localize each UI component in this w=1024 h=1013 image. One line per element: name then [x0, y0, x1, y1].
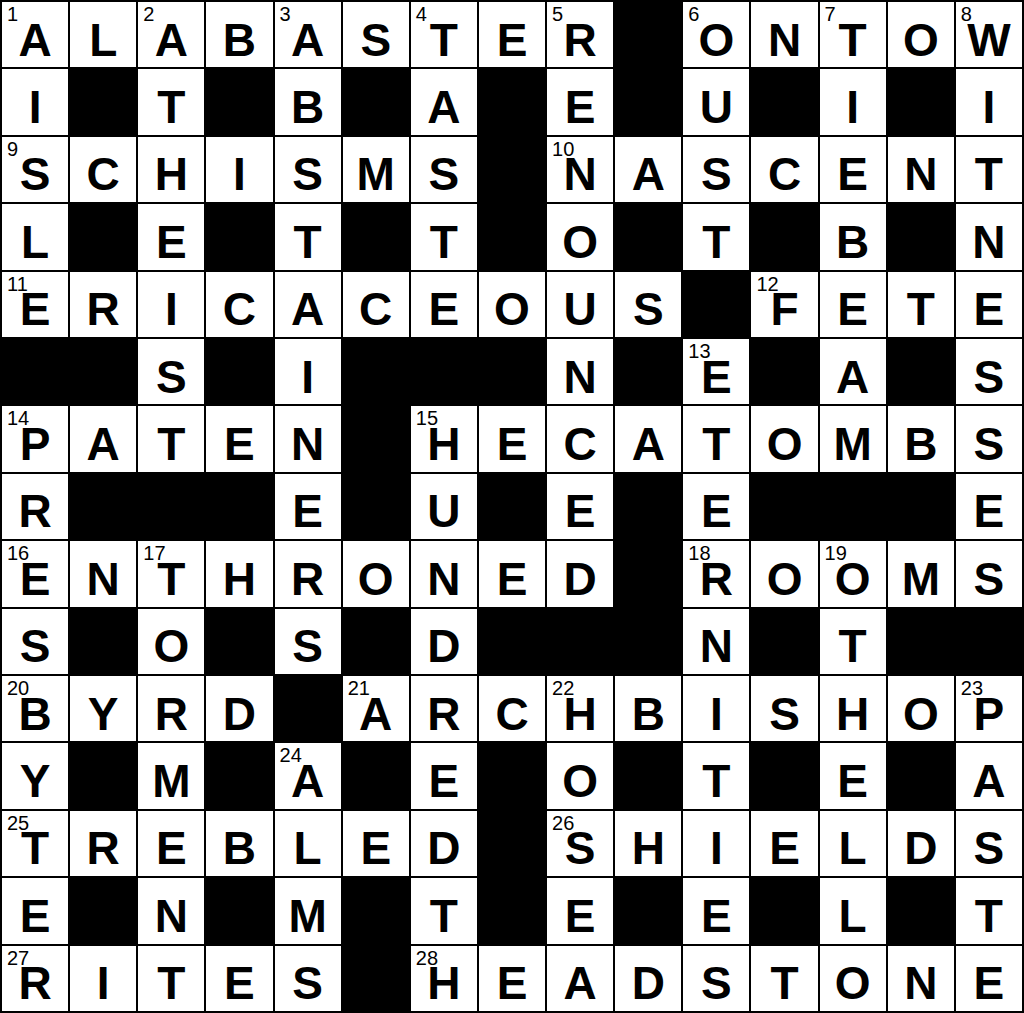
cell-letter-r2c1: I	[29, 74, 42, 130]
cell-r1c2[interactable]: L	[70, 2, 136, 67]
cell-r5c4[interactable]: C	[206, 272, 272, 337]
cell-r11c12[interactable]: S	[751, 676, 817, 741]
clue-number-14: 14	[7, 408, 29, 428]
cell-r6c3[interactable]: S	[138, 339, 204, 404]
cell-letter-r11c3: R	[155, 681, 188, 737]
cell-letter-r15c11: S	[701, 950, 732, 1006]
block-cell-r13c8	[479, 811, 545, 876]
block-cell-r12c6	[343, 743, 409, 808]
block-cell-r12c8	[479, 743, 545, 808]
cell-letter-r3c5: S	[292, 141, 323, 197]
cell-r7c1[interactable]: 14P	[2, 406, 68, 471]
cell-r11c3[interactable]: R	[138, 676, 204, 741]
cell-letter-r5c3: I	[165, 276, 178, 332]
cell-r11c9[interactable]: 22H	[547, 676, 613, 741]
cell-letter-r9c9: D	[564, 546, 597, 602]
cell-letter-r9c8: E	[497, 546, 528, 602]
cell-r7c2[interactable]: A	[70, 406, 136, 471]
cell-r10c13[interactable]: T	[820, 609, 886, 674]
cell-letter-r1c14: O	[903, 7, 939, 63]
cell-letter-r4c15: N	[972, 209, 1005, 265]
cell-r6c15[interactable]: S	[956, 339, 1022, 404]
cell-r3c14[interactable]: N	[888, 137, 954, 202]
block-cell-r4c10	[615, 204, 681, 269]
cell-r9c5[interactable]: R	[275, 541, 341, 606]
block-cell-r2c10	[615, 69, 681, 134]
cell-r9c4[interactable]: H	[206, 541, 272, 606]
cell-r9c15[interactable]: S	[956, 541, 1022, 606]
cell-letter-r4c9: O	[562, 209, 598, 265]
clue-number-24: 24	[280, 745, 302, 765]
block-cell-r8c3	[138, 474, 204, 539]
block-cell-r8c4	[206, 474, 272, 539]
cell-r11c14[interactable]: O	[888, 676, 954, 741]
cell-r5c5[interactable]: A	[275, 272, 341, 337]
cell-letter-r5c6: C	[359, 276, 392, 332]
cell-r4c15[interactable]: N	[956, 204, 1022, 269]
cell-letter-r12c13: E	[837, 748, 868, 804]
cell-letter-r1c4: B	[223, 7, 256, 63]
cell-letter-r3c11: S	[701, 141, 732, 197]
cell-letter-r5c13: E	[837, 276, 868, 332]
cell-r5c7[interactable]: E	[411, 272, 477, 337]
cell-r8c11[interactable]: E	[683, 474, 749, 539]
cell-r13c9[interactable]: 26S	[547, 811, 613, 876]
cell-r2c3[interactable]: T	[138, 69, 204, 134]
cell-r2c13[interactable]: I	[820, 69, 886, 134]
cell-r5c3[interactable]: I	[138, 272, 204, 337]
clue-number-7: 7	[825, 4, 836, 24]
cell-r12c11[interactable]: T	[683, 743, 749, 808]
cell-letter-r11c7: R	[427, 681, 460, 737]
block-cell-r2c4	[206, 69, 272, 134]
cell-letter-r1c3: A	[155, 7, 188, 63]
clue-number-19: 19	[825, 543, 847, 563]
cell-r15c5[interactable]: S	[275, 946, 341, 1011]
cell-r1c6[interactable]: S	[343, 2, 409, 67]
block-cell-r4c6	[343, 204, 409, 269]
cell-letter-r11c4: D	[223, 681, 256, 737]
cell-r10c5[interactable]: S	[275, 609, 341, 674]
cell-letter-r3c13: E	[837, 141, 868, 197]
cell-r3c10[interactable]: A	[615, 137, 681, 202]
cell-letter-r5c2: R	[87, 276, 120, 332]
cell-r12c15[interactable]: A	[956, 743, 1022, 808]
cell-r12c7[interactable]: E	[411, 743, 477, 808]
clue-number-25: 25	[7, 813, 29, 833]
cell-letter-r6c5: I	[301, 344, 314, 400]
cell-letter-r4c7: T	[430, 209, 458, 265]
cell-r15c12[interactable]: T	[751, 946, 817, 1011]
cell-r3c15[interactable]: T	[956, 137, 1022, 202]
cell-r12c1[interactable]: Y	[2, 743, 68, 808]
cell-letter-r15c2: I	[97, 950, 110, 1006]
block-cell-r12c4	[206, 743, 272, 808]
cell-r9c3[interactable]: 17T	[138, 541, 204, 606]
cell-r9c2[interactable]: N	[70, 541, 136, 606]
cell-letter-r6c3: S	[156, 344, 187, 400]
cell-r3c7[interactable]: S	[411, 137, 477, 202]
cell-r1c8[interactable]: E	[479, 2, 545, 67]
block-cell-r10c14	[888, 609, 954, 674]
cell-r3c9[interactable]: 10N	[547, 137, 613, 202]
cell-letter-r2c7: A	[427, 74, 460, 130]
clue-number-27: 27	[7, 948, 29, 968]
cell-r8c15[interactable]: E	[956, 474, 1022, 539]
block-cell-r6c1	[2, 339, 68, 404]
block-cell-r12c12	[751, 743, 817, 808]
cell-r7c11[interactable]: T	[683, 406, 749, 471]
cell-r11c2[interactable]: Y	[70, 676, 136, 741]
block-cell-r2c6	[343, 69, 409, 134]
cell-r15c4[interactable]: E	[206, 946, 272, 1011]
cell-r14c5[interactable]: M	[275, 878, 341, 943]
cell-r12c9[interactable]: O	[547, 743, 613, 808]
cell-r11c10[interactable]: B	[615, 676, 681, 741]
cell-r9c14[interactable]: M	[888, 541, 954, 606]
cell-r3c11[interactable]: S	[683, 137, 749, 202]
cell-letter-r2c15: I	[983, 74, 996, 130]
cell-r15c9[interactable]: A	[547, 946, 613, 1011]
cell-r3c5[interactable]: S	[275, 137, 341, 202]
cell-r14c11[interactable]: E	[683, 878, 749, 943]
cell-r11c7[interactable]: R	[411, 676, 477, 741]
cell-r1c3[interactable]: 2A	[138, 2, 204, 67]
block-cell-r8c14	[888, 474, 954, 539]
cell-letter-r12c3: M	[152, 748, 190, 804]
cell-r11c8[interactable]: C	[479, 676, 545, 741]
block-cell-r6c2	[70, 339, 136, 404]
cell-letter-r15c3: T	[157, 950, 185, 1006]
cell-r15c13[interactable]: O	[820, 946, 886, 1011]
cell-letter-r11c8: C	[495, 681, 528, 737]
cell-r2c5[interactable]: B	[275, 69, 341, 134]
crossword-board: 1AL2AB3AS4TE5R6ON7TO8WITBAEUII9SCHISMS10…	[0, 0, 1024, 1013]
block-cell-r4c8	[479, 204, 545, 269]
cell-r8c5[interactable]: E	[275, 474, 341, 539]
cell-r8c1[interactable]: R	[2, 474, 68, 539]
cell-letter-r1c11: O	[699, 7, 735, 63]
cell-r2c1[interactable]: I	[2, 69, 68, 134]
cell-r13c3[interactable]: E	[138, 811, 204, 876]
cell-r7c3[interactable]: T	[138, 406, 204, 471]
cell-letter-r12c11: T	[702, 748, 730, 804]
cell-r7c15[interactable]: S	[956, 406, 1022, 471]
cell-r9c9[interactable]: D	[547, 541, 613, 606]
cell-r1c7[interactable]: 4T	[411, 2, 477, 67]
block-cell-r8c12	[751, 474, 817, 539]
block-cell-r4c4	[206, 204, 272, 269]
block-cell-r1c10	[615, 2, 681, 67]
block-cell-r9c10	[615, 541, 681, 606]
cell-r5c13[interactable]: E	[820, 272, 886, 337]
cell-letter-r13c4: B	[223, 815, 256, 871]
cell-letter-r5c9: U	[564, 276, 597, 332]
cell-r5c1[interactable]: 11E	[2, 272, 68, 337]
cell-letter-r11c11: I	[710, 681, 723, 737]
cell-r3c13[interactable]: E	[820, 137, 886, 202]
cell-r14c3[interactable]: N	[138, 878, 204, 943]
cell-r9c12[interactable]: O	[751, 541, 817, 606]
cell-r13c10[interactable]: H	[615, 811, 681, 876]
cell-letter-r1c7: T	[430, 7, 458, 63]
cell-letter-r5c10: S	[633, 276, 664, 332]
block-cell-r5c11	[683, 272, 749, 337]
cell-letter-r1c15: W	[967, 7, 1010, 63]
cell-letter-r14c13: L	[839, 883, 867, 939]
cell-letter-r1c8: E	[497, 7, 528, 63]
block-cell-r8c6	[343, 474, 409, 539]
cell-r14c15[interactable]: T	[956, 878, 1022, 943]
cell-r7c7[interactable]: 15H	[411, 406, 477, 471]
cell-letter-r7c10: A	[632, 411, 665, 467]
cell-r10c1[interactable]: S	[2, 609, 68, 674]
cell-r11c15[interactable]: 23P	[956, 676, 1022, 741]
cell-letter-r13c14: D	[904, 815, 937, 871]
cell-letter-r15c4: E	[224, 950, 255, 1006]
cell-r3c12[interactable]: C	[751, 137, 817, 202]
cell-r13c12[interactable]: E	[751, 811, 817, 876]
cell-r5c15[interactable]: E	[956, 272, 1022, 337]
cell-r4c9[interactable]: O	[547, 204, 613, 269]
cell-r9c7[interactable]: N	[411, 541, 477, 606]
cell-r7c5[interactable]: N	[275, 406, 341, 471]
block-cell-r6c14	[888, 339, 954, 404]
cell-letter-r13c2: R	[87, 815, 120, 871]
cell-r9c1[interactable]: 16E	[2, 541, 68, 606]
cell-r15c11[interactable]: S	[683, 946, 749, 1011]
cell-r7c4[interactable]: E	[206, 406, 272, 471]
cell-letter-r11c2: Y	[88, 681, 119, 737]
clue-number-22: 22	[552, 678, 574, 698]
cell-r13c6[interactable]: E	[343, 811, 409, 876]
cell-r7c14[interactable]: B	[888, 406, 954, 471]
cell-r5c14[interactable]: T	[888, 272, 954, 337]
cell-letter-r2c13: I	[846, 74, 859, 130]
cell-r3c3[interactable]: H	[138, 137, 204, 202]
block-cell-r15c6	[343, 946, 409, 1011]
cell-r1c1[interactable]: 1A	[2, 2, 68, 67]
cell-r6c13[interactable]: A	[820, 339, 886, 404]
cell-r7c13[interactable]: M	[820, 406, 886, 471]
cell-r13c5[interactable]: L	[275, 811, 341, 876]
cell-r11c6[interactable]: 21A	[343, 676, 409, 741]
cell-r9c6[interactable]: O	[343, 541, 409, 606]
cell-letter-r6c15: S	[974, 344, 1005, 400]
cell-letter-r3c7: S	[429, 141, 460, 197]
cell-r13c11[interactable]: I	[683, 811, 749, 876]
cell-letter-r12c9: O	[562, 748, 598, 804]
cell-r9c13[interactable]: 19O	[820, 541, 886, 606]
clue-number-18: 18	[688, 543, 710, 563]
cell-r4c7[interactable]: T	[411, 204, 477, 269]
cell-letter-r13c10: H	[632, 815, 665, 871]
cell-letter-r7c11: T	[702, 411, 730, 467]
cell-r9c11[interactable]: 18R	[683, 541, 749, 606]
cell-letter-r3c14: N	[904, 141, 937, 197]
cell-r2c11[interactable]: U	[683, 69, 749, 134]
cell-r5c10[interactable]: S	[615, 272, 681, 337]
cell-r4c13[interactable]: B	[820, 204, 886, 269]
cell-letter-r13c5: L	[294, 815, 322, 871]
cell-r8c7[interactable]: U	[411, 474, 477, 539]
cell-r12c3[interactable]: M	[138, 743, 204, 808]
cell-r15c3[interactable]: T	[138, 946, 204, 1011]
block-cell-r6c12	[751, 339, 817, 404]
cell-r5c9[interactable]: U	[547, 272, 613, 337]
cell-r7c10[interactable]: A	[615, 406, 681, 471]
cell-r2c7[interactable]: A	[411, 69, 477, 134]
clue-number-3: 3	[280, 4, 291, 24]
cell-r7c9[interactable]: C	[547, 406, 613, 471]
cell-r4c3[interactable]: E	[138, 204, 204, 269]
cell-letter-r7c4: E	[224, 411, 255, 467]
cell-letter-r4c11: T	[702, 209, 730, 265]
cell-r11c11[interactable]: I	[683, 676, 749, 741]
cell-r6c11[interactable]: 13E	[683, 339, 749, 404]
cell-letter-r9c14: M	[902, 546, 940, 602]
cell-letter-r3c2: C	[87, 141, 120, 197]
cell-r2c9[interactable]: E	[547, 69, 613, 134]
cell-r12c13[interactable]: E	[820, 743, 886, 808]
cell-r5c2[interactable]: R	[70, 272, 136, 337]
block-cell-r10c10	[615, 609, 681, 674]
cell-r4c11[interactable]: T	[683, 204, 749, 269]
clue-number-5: 5	[552, 4, 563, 24]
cell-r4c1[interactable]: L	[2, 204, 68, 269]
cell-letter-r7c12: O	[767, 411, 803, 467]
cell-r11c4[interactable]: D	[206, 676, 272, 741]
block-cell-r12c10	[615, 743, 681, 808]
cell-r5c8[interactable]: O	[479, 272, 545, 337]
cell-letter-r5c5: A	[291, 276, 324, 332]
cell-r13c15[interactable]: S	[956, 811, 1022, 876]
cell-r15c14[interactable]: N	[888, 946, 954, 1011]
cell-r13c1[interactable]: 25T	[2, 811, 68, 876]
cell-r7c12[interactable]: O	[751, 406, 817, 471]
block-cell-r10c8	[479, 609, 545, 674]
block-cell-r6c6	[343, 339, 409, 404]
clue-number-28: 28	[416, 948, 438, 968]
cell-r15c7[interactable]: 28H	[411, 946, 477, 1011]
cell-letter-r6c9: N	[564, 344, 597, 400]
cell-r1c11[interactable]: 6O	[683, 2, 749, 67]
cell-r1c12[interactable]: N	[751, 2, 817, 67]
cell-r15c8[interactable]: E	[479, 946, 545, 1011]
cell-r13c2[interactable]: R	[70, 811, 136, 876]
cell-letter-r7c2: A	[87, 411, 120, 467]
cell-letter-r12c1: Y	[20, 748, 51, 804]
cell-r14c13[interactable]: L	[820, 878, 886, 943]
cell-letter-r9c6: O	[358, 546, 394, 602]
cell-letter-r13c11: I	[710, 815, 723, 871]
cell-letter-r13c15: S	[974, 815, 1005, 871]
cell-letter-r2c3: T	[157, 74, 185, 130]
cell-r8c9[interactable]: E	[547, 474, 613, 539]
cell-letter-r15c5: S	[292, 950, 323, 1006]
cell-r1c5[interactable]: 3A	[275, 2, 341, 67]
cell-letter-r11c12: S	[769, 681, 800, 737]
block-cell-r4c2	[70, 204, 136, 269]
cell-r10c3[interactable]: O	[138, 609, 204, 674]
cell-letter-r10c13: T	[839, 613, 867, 669]
cell-r10c7[interactable]: D	[411, 609, 477, 674]
clue-number-21: 21	[348, 678, 370, 698]
cell-r1c14[interactable]: O	[888, 2, 954, 67]
cell-r3c6[interactable]: M	[343, 137, 409, 202]
cell-r1c15[interactable]: 8W	[956, 2, 1022, 67]
cell-r13c13[interactable]: L	[820, 811, 886, 876]
cell-r7c8[interactable]: E	[479, 406, 545, 471]
cell-r1c13[interactable]: 7T	[820, 2, 886, 67]
block-cell-r12c2	[70, 743, 136, 808]
cell-r11c1[interactable]: 20B	[2, 676, 68, 741]
cell-r12c5[interactable]: 24A	[275, 743, 341, 808]
clue-number-9: 9	[7, 139, 18, 159]
cell-letter-r7c8: E	[497, 411, 528, 467]
cell-r6c9[interactable]: N	[547, 339, 613, 404]
cell-letter-r3c3: H	[155, 141, 188, 197]
cell-r3c2[interactable]: C	[70, 137, 136, 202]
cell-r9c8[interactable]: E	[479, 541, 545, 606]
block-cell-r6c4	[206, 339, 272, 404]
cell-r14c1[interactable]: E	[2, 878, 68, 943]
cell-letter-r8c11: E	[701, 478, 732, 534]
cell-r1c4[interactable]: B	[206, 2, 272, 67]
cell-r2c15[interactable]: I	[956, 69, 1022, 134]
cell-r15c2[interactable]: I	[70, 946, 136, 1011]
cell-r13c4[interactable]: B	[206, 811, 272, 876]
cell-letter-r7c14: B	[904, 411, 937, 467]
cell-r11c13[interactable]: H	[820, 676, 886, 741]
block-cell-r12c14	[888, 743, 954, 808]
cell-letter-r9c7: N	[427, 546, 460, 602]
cell-r15c1[interactable]: 27R	[2, 946, 68, 1011]
cell-r5c12[interactable]: 12F	[751, 272, 817, 337]
clue-number-26: 26	[552, 813, 574, 833]
cell-r3c4[interactable]: I	[206, 137, 272, 202]
cell-letter-r14c5: M	[288, 883, 326, 939]
cell-r4c5[interactable]: T	[275, 204, 341, 269]
cell-letter-r15c10: D	[632, 950, 665, 1006]
cell-letter-r11c14: O	[903, 681, 939, 737]
block-cell-r3c8	[479, 137, 545, 202]
block-cell-r4c12	[751, 204, 817, 269]
cell-letter-r14c7: T	[430, 883, 458, 939]
cell-r15c15[interactable]: E	[956, 946, 1022, 1011]
cell-r5c6[interactable]: C	[343, 272, 409, 337]
cell-letter-r11c10: B	[632, 681, 665, 737]
cell-r6c5[interactable]: I	[275, 339, 341, 404]
cell-r3c1[interactable]: 9S	[2, 137, 68, 202]
cell-r13c14[interactable]: D	[888, 811, 954, 876]
clue-number-10: 10	[552, 139, 574, 159]
cell-r1c9[interactable]: 5R	[547, 2, 613, 67]
cell-r13c7[interactable]: D	[411, 811, 477, 876]
cell-letter-r8c15: E	[974, 478, 1005, 534]
cell-letter-r14c3: N	[155, 883, 188, 939]
cell-r14c9[interactable]: E	[547, 878, 613, 943]
cell-letter-r5c14: T	[907, 276, 935, 332]
cell-letter-r13c12: E	[769, 815, 800, 871]
cell-r10c11[interactable]: N	[683, 609, 749, 674]
cell-letter-r1c9: R	[564, 7, 597, 63]
cell-r15c10[interactable]: D	[615, 946, 681, 1011]
block-cell-r6c7	[411, 339, 477, 404]
block-cell-r14c2	[70, 878, 136, 943]
cell-r14c7[interactable]: T	[411, 878, 477, 943]
cell-letter-r10c5: S	[292, 613, 323, 669]
